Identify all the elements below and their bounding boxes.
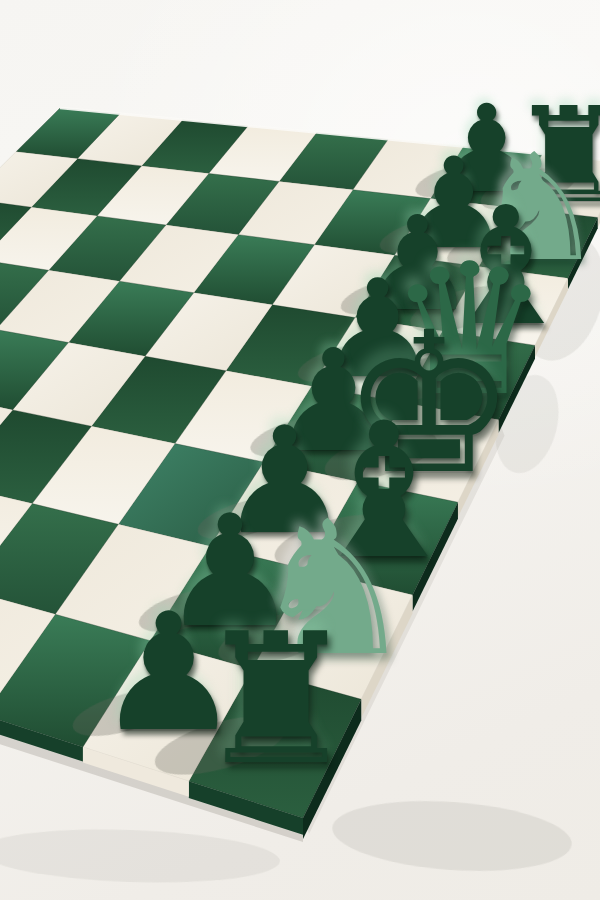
piece-rook-h8: ♜ [186,610,367,791]
pieces-layer: ♟♜♟♞♟♝♟♛♟♚♟♝♟♞♟♜ [0,0,600,900]
chess-set-photo: ♟♜♟♞♟♝♟♛♟♚♟♝♟♞♟♜ [0,0,600,900]
